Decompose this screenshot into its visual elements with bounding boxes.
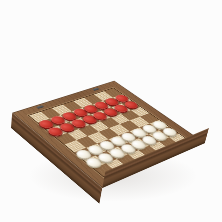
white-piece[interactable] (107, 147, 127, 159)
white-piece[interactable] (74, 148, 95, 160)
red-piece[interactable] (37, 119, 57, 130)
red-piece[interactable] (58, 122, 78, 133)
white-piece[interactable] (118, 143, 138, 154)
white-piece[interactable] (108, 136, 128, 147)
hinge-icon (36, 105, 44, 109)
hinge-icon (92, 88, 99, 91)
white-piece[interactable] (97, 140, 117, 151)
white-piece[interactable] (119, 131, 138, 142)
white-piece[interactable] (129, 139, 149, 150)
white-piece[interactable] (86, 144, 106, 156)
white-piece[interactable] (84, 156, 105, 168)
red-piece[interactable] (46, 126, 66, 137)
board-photo-scene (0, 0, 222, 222)
white-piece[interactable] (95, 152, 116, 164)
